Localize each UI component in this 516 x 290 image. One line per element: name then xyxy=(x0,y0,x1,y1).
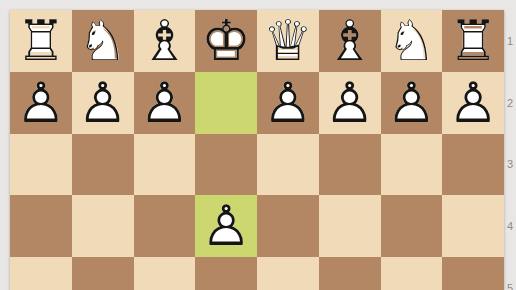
white-knight[interactable]: ♞♘ xyxy=(381,10,443,72)
white-king[interactable]: ♚♔ xyxy=(195,10,257,72)
square-f4[interactable] xyxy=(134,195,196,257)
square-h2[interactable]: ♟♙ xyxy=(10,72,72,134)
chess-board-page: ♜♖♞♘♝♗♚♔♛♕♝♗♞♘♜♖♟♙♟♙♟♙♟♙♟♙♟♙♟♙♟♙♟♙♟♙♟♙♟♙… xyxy=(0,0,516,290)
square-h5[interactable] xyxy=(10,257,72,290)
white-pawn[interactable]: ♟♙ xyxy=(195,195,257,257)
piece-outline: ♖ xyxy=(10,10,72,72)
piece-outline: ♙ xyxy=(257,72,319,134)
piece-outline: ♙ xyxy=(10,72,72,134)
piece-outline: ♙ xyxy=(442,72,504,134)
piece-outline: ♗ xyxy=(134,10,196,72)
square-c5[interactable] xyxy=(319,257,381,290)
square-g1[interactable]: ♞♘ xyxy=(72,10,134,72)
rank-coordinates: 12345678 xyxy=(504,10,516,290)
white-pawn[interactable]: ♟♙ xyxy=(319,72,381,134)
piece-outline: ♕ xyxy=(257,10,319,72)
white-rook[interactable]: ♜♖ xyxy=(10,10,72,72)
square-e2[interactable] xyxy=(195,72,257,134)
square-a1[interactable]: ♜♖ xyxy=(442,10,504,72)
square-g5[interactable] xyxy=(72,257,134,290)
square-c3[interactable] xyxy=(319,134,381,196)
white-bishop[interactable]: ♝♗ xyxy=(134,10,196,72)
square-f3[interactable] xyxy=(134,134,196,196)
square-e4[interactable]: ♟♙ xyxy=(195,195,257,257)
rank-label-4: 4 xyxy=(504,195,516,257)
square-a3[interactable] xyxy=(442,134,504,196)
square-b4[interactable] xyxy=(381,195,443,257)
square-d5[interactable] xyxy=(257,257,319,290)
white-queen[interactable]: ♛♕ xyxy=(257,10,319,72)
square-g3[interactable] xyxy=(72,134,134,196)
white-pawn[interactable]: ♟♙ xyxy=(381,72,443,134)
square-f1[interactable]: ♝♗ xyxy=(134,10,196,72)
piece-outline: ♙ xyxy=(195,195,257,257)
piece-outline: ♔ xyxy=(195,10,257,72)
piece-outline: ♙ xyxy=(319,72,381,134)
square-b2[interactable]: ♟♙ xyxy=(381,72,443,134)
square-b3[interactable] xyxy=(381,134,443,196)
rank-label-1: 1 xyxy=(504,10,516,72)
piece-outline: ♘ xyxy=(72,10,134,72)
square-d1[interactable]: ♛♕ xyxy=(257,10,319,72)
piece-outline: ♗ xyxy=(319,10,381,72)
white-rook[interactable]: ♜♖ xyxy=(442,10,504,72)
square-c2[interactable]: ♟♙ xyxy=(319,72,381,134)
square-h1[interactable]: ♜♖ xyxy=(10,10,72,72)
square-g2[interactable]: ♟♙ xyxy=(72,72,134,134)
square-g4[interactable] xyxy=(72,195,134,257)
square-b5[interactable] xyxy=(381,257,443,290)
white-bishop[interactable]: ♝♗ xyxy=(319,10,381,72)
white-pawn[interactable]: ♟♙ xyxy=(134,72,196,134)
white-pawn[interactable]: ♟♙ xyxy=(442,72,504,134)
square-a5[interactable] xyxy=(442,257,504,290)
piece-outline: ♖ xyxy=(442,10,504,72)
rank-label-3: 3 xyxy=(504,134,516,196)
piece-outline: ♙ xyxy=(72,72,134,134)
square-a4[interactable] xyxy=(442,195,504,257)
square-d3[interactable] xyxy=(257,134,319,196)
rank-label-5: 5 xyxy=(504,257,516,290)
square-f2[interactable]: ♟♙ xyxy=(134,72,196,134)
square-e1[interactable]: ♚♔ xyxy=(195,10,257,72)
piece-outline: ♘ xyxy=(381,10,443,72)
piece-outline: ♙ xyxy=(134,72,196,134)
square-c1[interactable]: ♝♗ xyxy=(319,10,381,72)
square-d2[interactable]: ♟♙ xyxy=(257,72,319,134)
square-a2[interactable]: ♟♙ xyxy=(442,72,504,134)
piece-outline: ♙ xyxy=(381,72,443,134)
white-knight[interactable]: ♞♘ xyxy=(72,10,134,72)
white-pawn[interactable]: ♟♙ xyxy=(10,72,72,134)
square-d4[interactable] xyxy=(257,195,319,257)
square-e3[interactable] xyxy=(195,134,257,196)
square-f5[interactable] xyxy=(134,257,196,290)
square-b1[interactable]: ♞♘ xyxy=(381,10,443,72)
square-h4[interactable] xyxy=(10,195,72,257)
white-pawn[interactable]: ♟♙ xyxy=(257,72,319,134)
square-e5[interactable] xyxy=(195,257,257,290)
square-c4[interactable] xyxy=(319,195,381,257)
rank-label-2: 2 xyxy=(504,72,516,134)
chess-board: ♜♖♞♘♝♗♚♔♛♕♝♗♞♘♜♖♟♙♟♙♟♙♟♙♟♙♟♙♟♙♟♙♟♙♟♙♟♙♟♙… xyxy=(10,10,504,290)
white-pawn[interactable]: ♟♙ xyxy=(72,72,134,134)
square-h3[interactable] xyxy=(10,134,72,196)
